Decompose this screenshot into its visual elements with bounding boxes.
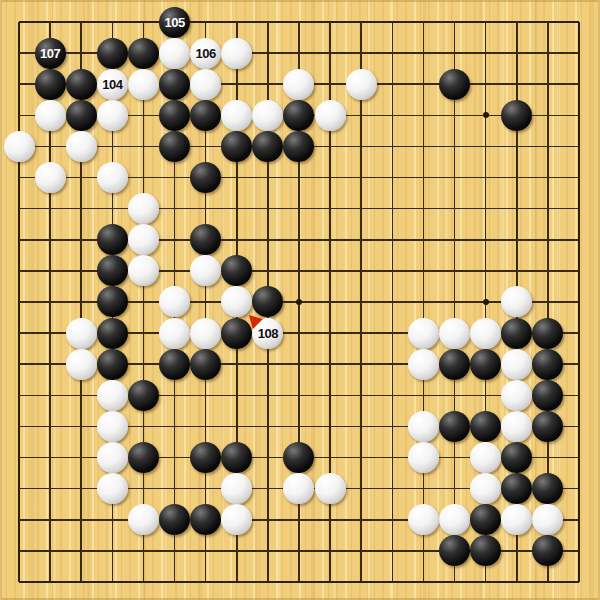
stone-black (159, 69, 190, 100)
stone-white (97, 162, 128, 193)
stone-white (501, 411, 532, 442)
stone-white (221, 504, 252, 535)
stone-white (470, 318, 501, 349)
stone-white (128, 224, 159, 255)
stone-black (159, 131, 190, 162)
stone-black (439, 69, 470, 100)
stone-white (159, 38, 190, 69)
stone-black (532, 318, 563, 349)
stone-white (470, 442, 501, 473)
move-number-label: 107 (40, 47, 60, 60)
go-board[interactable]: 105107106104108 (0, 0, 600, 600)
stone-white (408, 411, 439, 442)
stone-white (66, 349, 97, 380)
move-number-label: 104 (102, 78, 122, 91)
stone-black (532, 411, 563, 442)
stone-black (532, 535, 563, 566)
stone-black (532, 380, 563, 411)
stone-black: 107 (35, 38, 66, 69)
stone-white (66, 318, 97, 349)
stone-white (97, 411, 128, 442)
grid-line-vertical (423, 22, 425, 582)
stone-white (128, 504, 159, 535)
stone-black (128, 380, 159, 411)
move-number-label: 106 (196, 47, 216, 60)
star-point (483, 112, 489, 118)
stone-white (35, 100, 66, 131)
stone-white: 104 (97, 69, 128, 100)
stone-white (346, 69, 377, 100)
stone-white (221, 38, 252, 69)
stone-black (190, 100, 221, 131)
stone-white (408, 349, 439, 380)
stone-black (97, 38, 128, 69)
stone-white (283, 69, 314, 100)
stone-white (408, 318, 439, 349)
stone-white (315, 100, 346, 131)
stone-black (532, 349, 563, 380)
stone-white (532, 504, 563, 535)
stone-black (97, 318, 128, 349)
stone-black (190, 442, 221, 473)
stone-white (439, 318, 470, 349)
stone-white (408, 442, 439, 473)
stone-black (439, 349, 470, 380)
stone-white (66, 131, 97, 162)
stone-black (128, 38, 159, 69)
stone-white (97, 442, 128, 473)
stone-white (128, 255, 159, 286)
stone-black (66, 69, 97, 100)
stone-black (439, 411, 470, 442)
stone-white (501, 286, 532, 317)
grid-line-vertical (392, 22, 394, 582)
stone-white (190, 69, 221, 100)
stone-black (97, 349, 128, 380)
stone-black (252, 131, 283, 162)
stone-white (159, 286, 190, 317)
stone-black (283, 100, 314, 131)
stone-white (408, 504, 439, 535)
stone-black (159, 504, 190, 535)
stone-black (66, 100, 97, 131)
grid-line-horizontal (19, 581, 579, 583)
stone-black (97, 224, 128, 255)
stone-white (315, 473, 346, 504)
stone-black (470, 411, 501, 442)
stone-black (128, 442, 159, 473)
grid-line-vertical (360, 22, 362, 582)
stone-black (470, 349, 501, 380)
stone-white (35, 162, 66, 193)
stone-white (501, 504, 532, 535)
stone-black (97, 255, 128, 286)
move-number-label: 105 (164, 16, 184, 29)
stone-black (252, 286, 283, 317)
star-point (483, 299, 489, 305)
stone-white (221, 473, 252, 504)
stone-black (190, 504, 221, 535)
stone-black (159, 100, 190, 131)
stone-black (221, 255, 252, 286)
stone-black (221, 131, 252, 162)
stone-white (4, 131, 35, 162)
stone-black (190, 349, 221, 380)
stone-white (221, 286, 252, 317)
stone-black (501, 100, 532, 131)
stone-white (470, 473, 501, 504)
stone-black (501, 442, 532, 473)
move-number-label: 108 (258, 327, 278, 340)
stone-black (470, 535, 501, 566)
stone-white (501, 349, 532, 380)
stone-white (501, 380, 532, 411)
stone-black (159, 349, 190, 380)
stone-white (190, 255, 221, 286)
stone-white (97, 473, 128, 504)
stone-black: 105 (159, 7, 190, 38)
stone-black (532, 473, 563, 504)
stone-white: 106 (190, 38, 221, 69)
stone-black (97, 286, 128, 317)
stone-black (501, 473, 532, 504)
stone-white (97, 380, 128, 411)
stone-white (252, 100, 283, 131)
stone-black (470, 504, 501, 535)
grid-line-vertical (454, 22, 456, 582)
stone-black (501, 318, 532, 349)
stone-white (283, 473, 314, 504)
grid-line-vertical (578, 22, 580, 582)
stone-white (97, 100, 128, 131)
stone-black (190, 162, 221, 193)
stone-white (439, 504, 470, 535)
stone-black (283, 131, 314, 162)
stone-black (439, 535, 470, 566)
stone-black (35, 69, 66, 100)
stone-white (159, 318, 190, 349)
stone-white (128, 69, 159, 100)
stone-black (221, 318, 252, 349)
stone-black (283, 442, 314, 473)
stone-white (128, 193, 159, 224)
star-point (296, 299, 302, 305)
stone-black (221, 442, 252, 473)
stone-black (190, 224, 221, 255)
stone-white (190, 318, 221, 349)
stone-white (221, 100, 252, 131)
